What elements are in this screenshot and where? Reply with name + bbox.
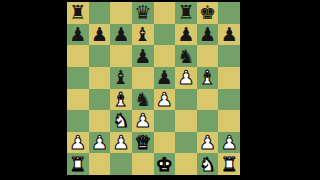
black-knight[interactable]: ♞ <box>177 46 194 65</box>
square-h3[interactable] <box>218 110 240 132</box>
square-e1[interactable]: ♚ <box>154 153 176 175</box>
white-bishop[interactable]: ♝ <box>199 68 216 87</box>
black-pawn[interactable]: ♟ <box>221 24 238 43</box>
square-a2[interactable]: ♟ <box>67 132 89 154</box>
square-h2[interactable]: ♟ <box>218 132 240 154</box>
square-d1[interactable] <box>132 153 154 175</box>
square-b3[interactable] <box>89 110 111 132</box>
letterbox-background: ♜♛♜♚♟♟♟♝♟♟♟♟♞♝♟♟♝♝♞♟♞♟♟♟♟♛♟♟♜♚♞♜ <box>0 0 320 180</box>
square-f2[interactable] <box>175 132 197 154</box>
square-b4[interactable] <box>89 89 111 111</box>
square-c3[interactable]: ♞ <box>110 110 132 132</box>
square-a5[interactable] <box>67 67 89 89</box>
square-b6[interactable] <box>89 45 111 67</box>
square-c6[interactable] <box>110 45 132 67</box>
square-a6[interactable] <box>67 45 89 67</box>
square-e8[interactable] <box>154 2 176 24</box>
square-h5[interactable] <box>218 67 240 89</box>
square-f4[interactable] <box>175 89 197 111</box>
white-bishop[interactable]: ♝ <box>113 89 130 108</box>
square-f5[interactable]: ♟ <box>175 67 197 89</box>
black-bishop[interactable]: ♝ <box>113 68 130 87</box>
square-c8[interactable] <box>110 2 132 24</box>
black-pawn[interactable]: ♟ <box>69 24 86 43</box>
white-king[interactable]: ♚ <box>156 154 173 173</box>
square-c7[interactable]: ♟ <box>110 24 132 46</box>
square-h1[interactable]: ♜ <box>218 153 240 175</box>
square-f1[interactable] <box>175 153 197 175</box>
square-d6[interactable]: ♟ <box>132 45 154 67</box>
square-b8[interactable] <box>89 2 111 24</box>
white-pawn[interactable]: ♟ <box>177 68 194 87</box>
square-c1[interactable] <box>110 153 132 175</box>
white-queen[interactable]: ♛ <box>134 133 151 152</box>
black-pawn[interactable]: ♟ <box>91 24 108 43</box>
white-knight[interactable]: ♞ <box>113 111 130 130</box>
square-a7[interactable]: ♟ <box>67 24 89 46</box>
square-g6[interactable] <box>197 45 219 67</box>
black-rook[interactable]: ♜ <box>69 3 86 22</box>
square-a1[interactable]: ♜ <box>67 153 89 175</box>
black-pawn[interactable]: ♟ <box>134 46 151 65</box>
square-b2[interactable]: ♟ <box>89 132 111 154</box>
square-f3[interactable] <box>175 110 197 132</box>
square-e4[interactable]: ♟ <box>154 89 176 111</box>
square-f6[interactable]: ♞ <box>175 45 197 67</box>
square-b1[interactable] <box>89 153 111 175</box>
square-g5[interactable]: ♝ <box>197 67 219 89</box>
square-d3[interactable]: ♟ <box>132 110 154 132</box>
white-pawn[interactable]: ♟ <box>69 133 86 152</box>
square-d4[interactable]: ♞ <box>132 89 154 111</box>
square-h7[interactable]: ♟ <box>218 24 240 46</box>
square-h8[interactable] <box>218 2 240 24</box>
square-e3[interactable] <box>154 110 176 132</box>
square-g1[interactable]: ♞ <box>197 153 219 175</box>
square-c5[interactable]: ♝ <box>110 67 132 89</box>
square-a4[interactable] <box>67 89 89 111</box>
black-pawn[interactable]: ♟ <box>156 68 173 87</box>
square-e5[interactable]: ♟ <box>154 67 176 89</box>
square-g4[interactable] <box>197 89 219 111</box>
square-f7[interactable]: ♟ <box>175 24 197 46</box>
square-h4[interactable] <box>218 89 240 111</box>
white-pawn[interactable]: ♟ <box>199 133 216 152</box>
black-knight[interactable]: ♞ <box>134 89 151 108</box>
square-b7[interactable]: ♟ <box>89 24 111 46</box>
white-rook[interactable]: ♜ <box>69 154 86 173</box>
square-g2[interactable]: ♟ <box>197 132 219 154</box>
square-a8[interactable]: ♜ <box>67 2 89 24</box>
square-d7[interactable]: ♝ <box>132 24 154 46</box>
white-pawn[interactable]: ♟ <box>134 111 151 130</box>
square-d2[interactable]: ♛ <box>132 132 154 154</box>
white-pawn[interactable]: ♟ <box>156 89 173 108</box>
square-h6[interactable] <box>218 45 240 67</box>
black-bishop[interactable]: ♝ <box>134 24 151 43</box>
square-e7[interactable] <box>154 24 176 46</box>
black-pawn[interactable]: ♟ <box>113 24 130 43</box>
chess-board: ♜♛♜♚♟♟♟♝♟♟♟♟♞♝♟♟♝♝♞♟♞♟♟♟♟♛♟♟♜♚♞♜ <box>67 2 240 175</box>
square-f8[interactable]: ♜ <box>175 2 197 24</box>
square-c4[interactable]: ♝ <box>110 89 132 111</box>
black-king[interactable]: ♚ <box>199 3 216 22</box>
square-d5[interactable] <box>132 67 154 89</box>
square-a3[interactable] <box>67 110 89 132</box>
square-e2[interactable] <box>154 132 176 154</box>
white-pawn[interactable]: ♟ <box>221 133 238 152</box>
square-e6[interactable] <box>154 45 176 67</box>
black-rook[interactable]: ♜ <box>177 3 194 22</box>
black-queen[interactable]: ♛ <box>134 3 151 22</box>
white-knight[interactable]: ♞ <box>199 154 216 173</box>
black-pawn[interactable]: ♟ <box>199 24 216 43</box>
square-g3[interactable] <box>197 110 219 132</box>
white-pawn[interactable]: ♟ <box>113 133 130 152</box>
square-d8[interactable]: ♛ <box>132 2 154 24</box>
square-g7[interactable]: ♟ <box>197 24 219 46</box>
square-b5[interactable] <box>89 67 111 89</box>
white-pawn[interactable]: ♟ <box>91 133 108 152</box>
white-rook[interactable]: ♜ <box>221 154 238 173</box>
square-c2[interactable]: ♟ <box>110 132 132 154</box>
black-pawn[interactable]: ♟ <box>177 24 194 43</box>
square-g8[interactable]: ♚ <box>197 2 219 24</box>
